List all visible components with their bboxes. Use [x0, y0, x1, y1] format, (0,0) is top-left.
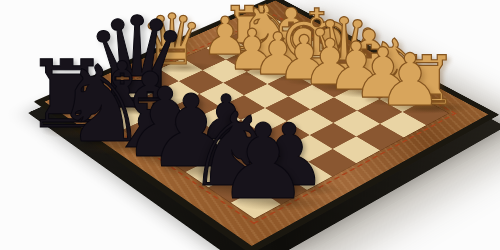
piece-white-knight: ♞	[358, 29, 436, 107]
piece-black-knight: ♞	[181, 99, 283, 201]
piece-white-pawn: ♟	[199, 10, 251, 62]
piece-white-rook: ♜	[393, 47, 461, 115]
piece-black-bishop: ♝	[90, 53, 154, 117]
piece-white-pawn: ♟	[249, 25, 307, 83]
piece-white-pawn: ♟	[299, 31, 362, 94]
piece-black-queen: ♛	[78, 1, 196, 119]
piece-black-pawn: ♟	[117, 75, 213, 171]
piece-white-pawn: ♟	[374, 44, 446, 116]
piece-white-king: ♚	[273, 0, 361, 86]
piece-black-knight: ♞	[48, 52, 154, 158]
piece-white-knight: ♞	[231, 0, 305, 69]
piece-black-pawn: ♟	[195, 87, 257, 149]
piece-white-queen: ♛	[302, 7, 386, 91]
pieces-layer: ♜♟♞♝♛♟♚♟♛♟♟♝♟♞♟♛♜♟♝♜♞♟♝♟♟♞♟♟	[0, 0, 500, 250]
piece-black-pawn: ♟	[211, 110, 315, 214]
piece-white-queen: ♛	[137, 5, 207, 75]
piece-black-rook: ♜	[20, 48, 114, 142]
piece-black-bishop: ♝	[98, 59, 202, 163]
piece-black-pawn: ♟	[246, 112, 332, 198]
piece-white-bishop: ♝	[253, 0, 329, 75]
piece-white-pawn: ♟	[224, 22, 280, 78]
product-photo-scene: ♜♟♞♝♛♟♚♟♛♟♟♝♟♞♟♛♜♟♝♜♞♟♝♟♟♞♟♟	[0, 0, 500, 250]
piece-white-pawn: ♟	[349, 39, 418, 108]
piece-white-pawn: ♟	[323, 34, 389, 100]
piece-white-rook: ♜	[217, 0, 281, 62]
piece-white-bishop: ♝	[330, 20, 408, 98]
piece-white-pawn: ♟	[274, 27, 335, 88]
piece-black-pawn: ♟	[141, 82, 241, 182]
